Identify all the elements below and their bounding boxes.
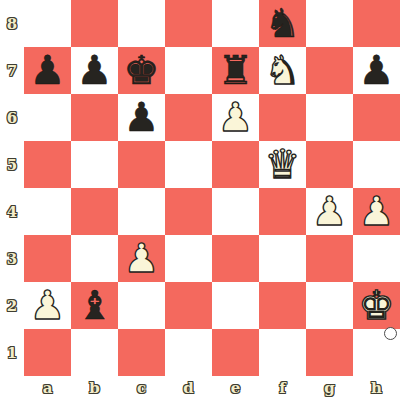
file-labels: abcdefgh (24, 376, 400, 400)
square-f1[interactable] (259, 329, 306, 376)
rank-label-4: 4 (0, 188, 24, 235)
file-label-a: a (24, 376, 71, 400)
chess-puzzle-view: 87654321 ♞♟♟♚♜♞♟♟♟♛♟♟♟♟♝♚ abcdefgh (0, 0, 400, 400)
square-g3[interactable] (306, 235, 353, 282)
piece-white-pawn-e6[interactable]: ♟ (218, 97, 254, 137)
square-e2[interactable] (212, 282, 259, 329)
square-d1[interactable] (165, 329, 212, 376)
square-e7[interactable]: ♜ (212, 47, 259, 94)
rank-label-5: 5 (0, 141, 24, 188)
piece-black-rook-e7[interactable]: ♜ (218, 50, 254, 90)
square-b5[interactable] (71, 141, 118, 188)
square-g1[interactable] (306, 329, 353, 376)
square-e6[interactable]: ♟ (212, 94, 259, 141)
square-h6[interactable] (353, 94, 400, 141)
file-label-f: f (259, 376, 306, 400)
square-c7[interactable]: ♚ (118, 47, 165, 94)
square-d5[interactable] (165, 141, 212, 188)
square-f2[interactable] (259, 282, 306, 329)
square-f7[interactable]: ♞ (259, 47, 306, 94)
square-c4[interactable] (118, 188, 165, 235)
square-g4[interactable]: ♟ (306, 188, 353, 235)
rank-label-2: 2 (0, 282, 24, 329)
square-f4[interactable] (259, 188, 306, 235)
square-a8[interactable] (24, 0, 71, 47)
piece-white-pawn-c3[interactable]: ♟ (124, 238, 160, 278)
square-e5[interactable] (212, 141, 259, 188)
square-f5[interactable]: ♛ (259, 141, 306, 188)
square-a3[interactable] (24, 235, 71, 282)
rank-label-3: 3 (0, 235, 24, 282)
square-h3[interactable] (353, 235, 400, 282)
file-label-g: g (306, 376, 353, 400)
square-h5[interactable] (353, 141, 400, 188)
square-f6[interactable] (259, 94, 306, 141)
rank-label-7: 7 (0, 47, 24, 94)
square-f3[interactable] (259, 235, 306, 282)
square-e3[interactable] (212, 235, 259, 282)
file-label-b: b (71, 376, 118, 400)
white-to-move-indicator (384, 327, 397, 340)
square-c8[interactable] (118, 0, 165, 47)
file-label-d: d (165, 376, 212, 400)
square-b8[interactable] (71, 0, 118, 47)
piece-black-king-c7[interactable]: ♚ (124, 50, 160, 90)
piece-white-pawn-a2[interactable]: ♟ (30, 285, 66, 325)
square-h2[interactable]: ♚ (353, 282, 400, 329)
square-f8[interactable]: ♞ (259, 0, 306, 47)
piece-black-knight-f8[interactable]: ♞ (265, 3, 301, 43)
square-e4[interactable] (212, 188, 259, 235)
square-c1[interactable] (118, 329, 165, 376)
square-b6[interactable] (71, 94, 118, 141)
square-h4[interactable]: ♟ (353, 188, 400, 235)
square-d7[interactable] (165, 47, 212, 94)
square-b4[interactable] (71, 188, 118, 235)
square-b7[interactable]: ♟ (71, 47, 118, 94)
square-a2[interactable]: ♟ (24, 282, 71, 329)
square-b3[interactable] (71, 235, 118, 282)
square-c5[interactable] (118, 141, 165, 188)
piece-black-pawn-a7[interactable]: ♟ (30, 50, 66, 90)
square-a1[interactable] (24, 329, 71, 376)
square-g5[interactable] (306, 141, 353, 188)
square-g6[interactable] (306, 94, 353, 141)
square-a4[interactable] (24, 188, 71, 235)
square-b1[interactable] (71, 329, 118, 376)
square-b2[interactable]: ♝ (71, 282, 118, 329)
piece-black-pawn-h7[interactable]: ♟ (359, 50, 395, 90)
piece-black-bishop-b2[interactable]: ♝ (77, 285, 113, 325)
piece-white-pawn-h4[interactable]: ♟ (359, 191, 395, 231)
file-label-e: e (212, 376, 259, 400)
square-g7[interactable] (306, 47, 353, 94)
square-d8[interactable] (165, 0, 212, 47)
rank-labels: 87654321 (0, 0, 24, 376)
square-a5[interactable] (24, 141, 71, 188)
square-a6[interactable] (24, 94, 71, 141)
square-d3[interactable] (165, 235, 212, 282)
piece-black-pawn-b7[interactable]: ♟ (77, 50, 113, 90)
square-e1[interactable] (212, 329, 259, 376)
square-h8[interactable] (353, 0, 400, 47)
rank-label-1: 1 (0, 329, 24, 376)
rank-label-8: 8 (0, 0, 24, 47)
square-c3[interactable]: ♟ (118, 235, 165, 282)
file-label-c: c (118, 376, 165, 400)
square-c2[interactable] (118, 282, 165, 329)
piece-white-pawn-g4[interactable]: ♟ (312, 191, 348, 231)
piece-white-knight-f7[interactable]: ♞ (265, 50, 301, 90)
square-g8[interactable] (306, 0, 353, 47)
square-d6[interactable] (165, 94, 212, 141)
square-a7[interactable]: ♟ (24, 47, 71, 94)
rank-label-6: 6 (0, 94, 24, 141)
square-e8[interactable] (212, 0, 259, 47)
chess-board[interactable]: ♞♟♟♚♜♞♟♟♟♛♟♟♟♟♝♚ (24, 0, 400, 376)
piece-white-queen-f5[interactable]: ♛ (265, 144, 301, 184)
piece-black-pawn-c6[interactable]: ♟ (124, 97, 160, 137)
square-c6[interactable]: ♟ (118, 94, 165, 141)
square-d2[interactable] (165, 282, 212, 329)
file-label-h: h (353, 376, 400, 400)
square-d4[interactable] (165, 188, 212, 235)
piece-white-king-h2[interactable]: ♚ (359, 285, 395, 325)
square-g2[interactable] (306, 282, 353, 329)
square-h7[interactable]: ♟ (353, 47, 400, 94)
